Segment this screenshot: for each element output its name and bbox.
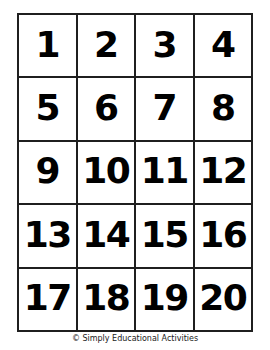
number-cell: 12	[195, 142, 252, 203]
number-cell: 8	[195, 78, 252, 139]
number-cell: 15	[136, 205, 193, 266]
number-cell: 6	[78, 78, 135, 139]
number-cell: 10	[78, 142, 135, 203]
number-cell: 18	[78, 269, 135, 330]
number-cell: 19	[136, 269, 193, 330]
number-cell: 4	[195, 15, 252, 76]
number-cell: 16	[195, 205, 252, 266]
number-cell: 17	[19, 269, 76, 330]
number-cell: 7	[136, 78, 193, 139]
number-cell: 13	[19, 205, 76, 266]
number-cell: 5	[19, 78, 76, 139]
number-cell: 11	[136, 142, 193, 203]
number-cell: 2	[78, 15, 135, 76]
number-cell: 14	[78, 205, 135, 266]
number-cell: 20	[195, 269, 252, 330]
copyright-credit: © Simply Educational Activities	[0, 334, 270, 343]
number-cell: 3	[136, 15, 193, 76]
number-cell: 9	[19, 142, 76, 203]
number-grid: 1 2 3 4 5 6 7 8 9 10 11 12 13 14 15 16 1…	[17, 13, 253, 332]
number-chart-sheet: 1 2 3 4 5 6 7 8 9 10 11 12 13 14 15 16 1…	[0, 0, 270, 350]
number-cell: 1	[19, 15, 76, 76]
